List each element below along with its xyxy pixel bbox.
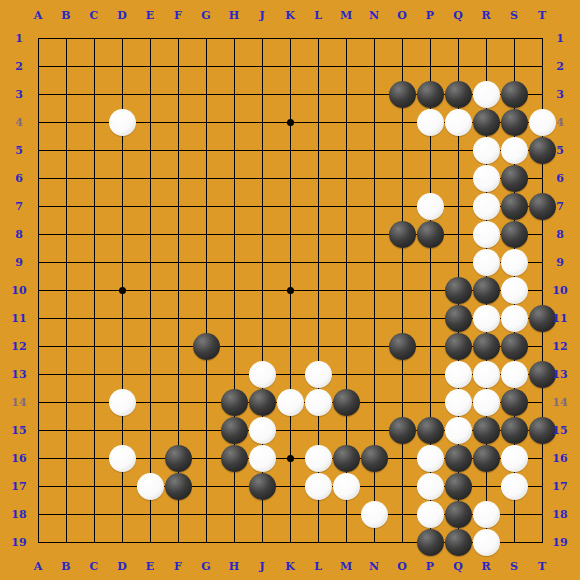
row-label-left-12: 12 [11,341,26,352]
black-stone-J14 [249,389,276,416]
white-stone-S13 [501,361,528,388]
row-label-right-4: 4 [556,117,564,128]
black-stone-Q10 [445,277,472,304]
row-label-right-15: 15 [552,425,567,436]
black-stone-P8 [417,221,444,248]
black-stone-P3 [417,81,444,108]
row-label-left-13: 13 [11,369,26,380]
row-label-right-17: 17 [552,481,567,492]
row-label-left-3: 3 [15,89,23,100]
column-label-bottom-A: A [34,561,43,572]
column-label-top-F: F [174,10,182,21]
row-label-left-11: 11 [11,313,26,324]
column-label-bottom-P: P [426,561,434,572]
white-stone-Q13 [445,361,472,388]
black-stone-S8 [501,221,528,248]
column-label-bottom-L: L [314,561,322,572]
black-stone-H16 [221,445,248,472]
black-stone-S3 [501,81,528,108]
black-stone-S7 [501,193,528,220]
row-label-right-18: 18 [552,509,567,520]
white-stone-J13 [249,361,276,388]
column-label-top-S: S [510,10,518,21]
white-stone-R6 [473,165,500,192]
black-stone-S12 [501,333,528,360]
white-stone-P18 [417,501,444,528]
column-label-bottom-J: J [259,561,264,572]
column-label-top-C: C [90,10,99,21]
white-stone-J16 [249,445,276,472]
column-label-top-A: A [34,10,43,21]
black-stone-Q19 [445,529,472,556]
black-stone-T7 [529,193,556,220]
white-stone-J15 [249,417,276,444]
column-label-bottom-M: M [340,561,352,572]
white-stone-K14 [277,389,304,416]
row-label-left-5: 5 [15,145,23,156]
white-stone-Q15 [445,417,472,444]
column-label-top-N: N [369,10,379,21]
black-stone-S14 [501,389,528,416]
white-stone-P17 [417,473,444,500]
row-label-left-1: 1 [15,33,23,44]
row-label-left-14: 14 [11,397,26,408]
white-stone-S16 [501,445,528,472]
row-label-left-19: 19 [11,537,26,548]
black-stone-J17 [249,473,276,500]
black-stone-Q17 [445,473,472,500]
row-label-left-17: 17 [11,481,26,492]
column-label-top-L: L [314,10,322,21]
black-stone-P19 [417,529,444,556]
column-label-bottom-H: H [229,561,239,572]
column-label-bottom-T: T [538,561,546,572]
column-label-top-P: P [426,10,434,21]
row-label-left-4: 4 [15,117,23,128]
white-stone-S9 [501,249,528,276]
white-stone-L13 [305,361,332,388]
grid-line-vertical [402,38,403,543]
column-label-bottom-K: K [285,561,295,572]
white-stone-S17 [501,473,528,500]
row-label-left-18: 18 [11,509,26,520]
black-stone-S4 [501,109,528,136]
white-stone-R5 [473,137,500,164]
white-stone-R13 [473,361,500,388]
black-stone-R16 [473,445,500,472]
row-label-right-5: 5 [556,145,564,156]
white-stone-R9 [473,249,500,276]
white-stone-R11 [473,305,500,332]
black-stone-O12 [389,333,416,360]
row-label-right-3: 3 [556,89,564,100]
column-label-bottom-O: O [397,561,407,572]
row-label-right-16: 16 [552,453,567,464]
row-label-left-10: 10 [11,285,26,296]
column-label-top-H: H [229,10,239,21]
black-stone-H15 [221,417,248,444]
row-label-right-7: 7 [556,201,564,212]
row-label-right-1: 1 [556,33,564,44]
go-board-screen: AABBCCDDEEFFGGHHJJKKLLMMNNOOPPQQRRSSTT11… [0,0,580,580]
column-label-bottom-G: G [201,561,210,572]
column-label-top-B: B [61,10,70,21]
row-label-left-7: 7 [15,201,23,212]
column-label-top-E: E [146,10,154,21]
black-stone-Q3 [445,81,472,108]
row-label-right-2: 2 [556,61,564,72]
black-stone-P15 [417,417,444,444]
black-stone-O15 [389,417,416,444]
white-stone-S11 [501,305,528,332]
column-label-bottom-D: D [117,561,127,572]
black-stone-R15 [473,417,500,444]
column-label-bottom-N: N [369,561,379,572]
white-stone-S5 [501,137,528,164]
row-label-right-8: 8 [556,229,564,240]
black-stone-Q16 [445,445,472,472]
black-stone-R12 [473,333,500,360]
black-stone-Q12 [445,333,472,360]
white-stone-M17 [333,473,360,500]
white-stone-Q14 [445,389,472,416]
white-stone-P16 [417,445,444,472]
column-label-bottom-R: R [481,561,490,572]
black-stone-G12 [193,333,220,360]
row-label-right-9: 9 [556,257,564,268]
row-label-left-16: 16 [11,453,26,464]
black-stone-S15 [501,417,528,444]
white-stone-R19 [473,529,500,556]
star-point [287,119,294,126]
white-stone-D4 [109,109,136,136]
black-stone-N16 [361,445,388,472]
column-label-top-K: K [285,10,295,21]
column-label-top-O: O [397,10,407,21]
column-label-top-D: D [117,10,127,21]
column-label-top-R: R [481,10,490,21]
white-stone-P4 [417,109,444,136]
column-label-bottom-C: C [90,561,99,572]
column-label-top-J: J [259,10,264,21]
white-stone-R8 [473,221,500,248]
star-point [287,287,294,294]
white-stone-T4 [529,109,556,136]
white-stone-N18 [361,501,388,528]
black-stone-O3 [389,81,416,108]
white-stone-D16 [109,445,136,472]
white-stone-P7 [417,193,444,220]
black-stone-T5 [529,137,556,164]
black-stone-Q11 [445,305,472,332]
row-label-left-6: 6 [15,173,23,184]
row-label-left-15: 15 [11,425,26,436]
star-point [119,287,126,294]
row-label-right-6: 6 [556,173,564,184]
white-stone-R18 [473,501,500,528]
black-stone-S6 [501,165,528,192]
black-stone-R10 [473,277,500,304]
black-stone-O8 [389,221,416,248]
white-stone-Q4 [445,109,472,136]
white-stone-D14 [109,389,136,416]
black-stone-Q18 [445,501,472,528]
row-label-right-19: 19 [552,537,567,548]
white-stone-L16 [305,445,332,472]
column-label-top-T: T [538,10,546,21]
column-label-top-G: G [201,10,210,21]
row-label-right-11: 11 [552,313,567,324]
column-label-bottom-E: E [146,561,154,572]
column-label-bottom-F: F [174,561,182,572]
star-point [287,455,294,462]
column-label-top-M: M [340,10,352,21]
white-stone-S10 [501,277,528,304]
black-stone-F16 [165,445,192,472]
column-label-bottom-S: S [510,561,518,572]
white-stone-R3 [473,81,500,108]
white-stone-R7 [473,193,500,220]
column-label-bottom-B: B [61,561,70,572]
white-stone-R14 [473,389,500,416]
white-stone-E17 [137,473,164,500]
row-label-right-14: 14 [552,397,567,408]
black-stone-F17 [165,473,192,500]
white-stone-L17 [305,473,332,500]
column-label-top-Q: Q [453,10,463,21]
black-stone-R4 [473,109,500,136]
white-stone-L14 [305,389,332,416]
row-label-left-9: 9 [15,257,23,268]
column-label-bottom-Q: Q [453,561,463,572]
black-stone-M16 [333,445,360,472]
row-label-right-12: 12 [552,341,567,352]
black-stone-H14 [221,389,248,416]
row-label-right-10: 10 [552,285,567,296]
row-label-right-13: 13 [552,369,567,380]
black-stone-M14 [333,389,360,416]
row-label-left-2: 2 [15,61,23,72]
row-label-left-8: 8 [15,229,23,240]
